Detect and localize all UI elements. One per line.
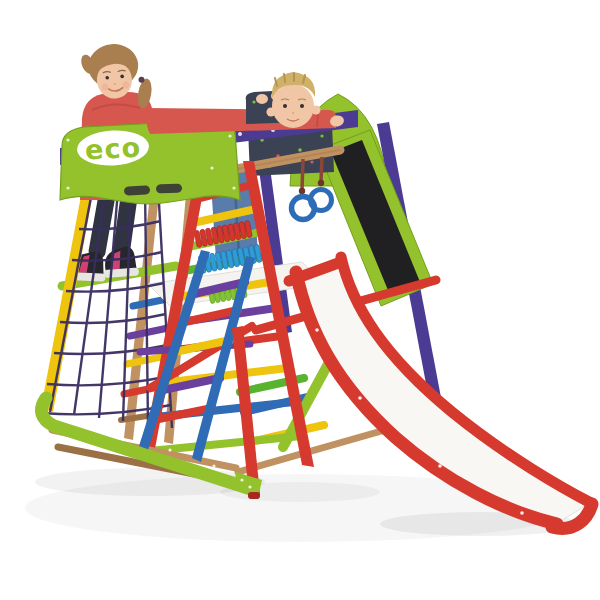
boy — [246, 72, 321, 128]
handle-slot — [156, 184, 182, 194]
sneaker-right — [102, 246, 139, 278]
eco-logo-text: eco — [84, 132, 141, 166]
play-gym-illustration: eco — [0, 0, 600, 600]
boy-hand — [256, 94, 268, 104]
product-photo: eco — [0, 0, 600, 600]
handle-slot — [124, 185, 150, 195]
